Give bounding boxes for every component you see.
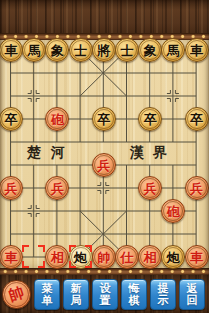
piece-red-cannon[interactable]: 砲 <box>45 107 69 131</box>
piece-red-soldier[interactable]: 兵 <box>0 176 23 200</box>
piece-black-soldier[interactable]: 卒 <box>0 107 23 131</box>
piece-black-chariot[interactable]: 車 <box>0 38 23 62</box>
piece-red-soldier[interactable]: 兵 <box>185 176 209 200</box>
piece-red-chariot[interactable]: 車 <box>185 245 209 269</box>
piece-red-soldier[interactable]: 兵 <box>45 176 69 200</box>
piece-black-elephant[interactable]: 象 <box>138 38 162 62</box>
piece-red-elephant[interactable]: 相 <box>138 245 162 269</box>
piece-black-advisor[interactable]: 士 <box>69 38 93 62</box>
piece-black-elephant[interactable]: 象 <box>45 38 69 62</box>
new-game-button[interactable]: 新局 <box>63 279 89 310</box>
piece-red-general[interactable]: 帥 <box>92 245 116 269</box>
wood-frame-top <box>0 0 209 33</box>
piece-black-horse[interactable]: 馬 <box>22 38 46 62</box>
last-move-from-marker <box>22 245 45 268</box>
piece-black-soldier[interactable]: 卒 <box>92 107 116 131</box>
stud-strip-bottom <box>0 268 209 275</box>
toolbar: 帥 菜单 新局 设置 悔棋 提示 返回 <box>0 275 209 313</box>
piece-black-advisor[interactable]: 士 <box>115 38 139 62</box>
piece-black-horse[interactable]: 馬 <box>161 38 185 62</box>
xiangqi-app-screen: 楚河 漢界 車馬象士將士象馬車卒砲卒卒卒兵兵兵兵兵砲車相炮帥仕相炮車 帥 菜单 … <box>0 0 209 313</box>
turn-indicator-red-general: 帥 <box>2 280 31 309</box>
piece-red-elephant[interactable]: 相 <box>45 245 69 269</box>
piece-black-cannon[interactable]: 炮 <box>161 245 185 269</box>
undo-button[interactable]: 悔棋 <box>121 279 147 310</box>
piece-red-soldier[interactable]: 兵 <box>138 176 162 200</box>
piece-black-chariot[interactable]: 車 <box>185 38 209 62</box>
settings-button[interactable]: 设置 <box>92 279 118 310</box>
piece-red-soldier[interactable]: 兵 <box>92 153 116 177</box>
hint-button[interactable]: 提示 <box>150 279 176 310</box>
piece-red-advisor[interactable]: 仕 <box>115 245 139 269</box>
menu-button[interactable]: 菜单 <box>34 279 60 310</box>
pieces-grid: 車馬象士將士象馬車卒砲卒卒卒兵兵兵兵兵砲車相炮帥仕相炮車 <box>0 38 208 268</box>
back-button[interactable]: 返回 <box>179 279 205 310</box>
piece-black-soldier[interactable]: 卒 <box>138 107 162 131</box>
piece-black-general[interactable]: 將 <box>92 38 116 62</box>
piece-red-cannon[interactable]: 砲 <box>161 199 185 223</box>
xiangqi-board[interactable]: 楚河 漢界 車馬象士將士象馬車卒砲卒卒卒兵兵兵兵兵砲車相炮帥仕相炮車 <box>0 40 209 268</box>
piece-black-soldier[interactable]: 卒 <box>185 107 209 131</box>
piece-red-chariot[interactable]: 車 <box>0 245 23 269</box>
piece-black-cannon[interactable]: 炮 <box>69 245 93 269</box>
